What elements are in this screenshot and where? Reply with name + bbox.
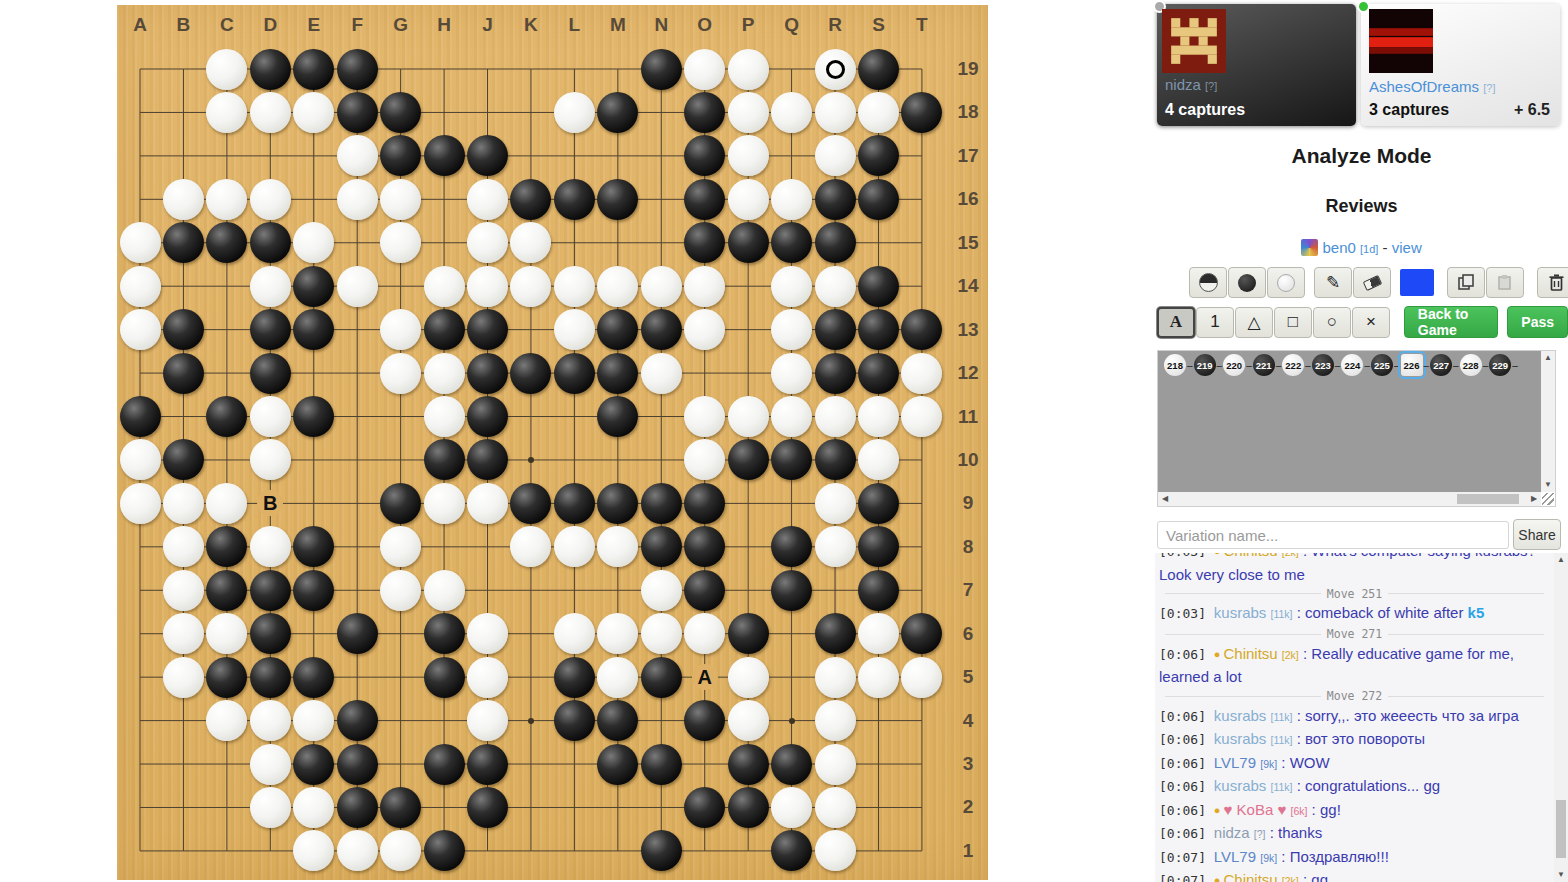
move-chain: 218–219–220–221–222–223–224–225–226–227–… xyxy=(1164,354,1519,376)
stone-black[interactable] xyxy=(163,222,204,263)
review-entry: ben0 [1d] - view xyxy=(1155,239,1568,256)
stone-black[interactable] xyxy=(641,830,682,871)
move-tree-area[interactable]: 218–219–220–221–222–223–224–225–226–227–… xyxy=(1158,351,1541,492)
chat-username[interactable]: kusrabs xyxy=(1214,730,1271,747)
chat-username[interactable]: nidza xyxy=(1214,824,1254,841)
reviews-heading: Reviews xyxy=(1155,196,1568,217)
stone-white[interactable] xyxy=(380,309,421,350)
stone-black[interactable] xyxy=(424,309,465,350)
stone-white[interactable] xyxy=(684,49,725,90)
mark-button-△[interactable]: △ xyxy=(1235,307,1273,338)
stone-white[interactable] xyxy=(554,92,595,133)
chat-timestamp: [0:06] xyxy=(1159,647,1214,662)
stone-black[interactable] xyxy=(597,92,638,133)
stone-white[interactable] xyxy=(728,657,769,698)
chat-message: [0:06] kusrabs [11k] : congratulations..… xyxy=(1159,775,1550,799)
chat-username[interactable]: Chinitsu xyxy=(1224,645,1282,662)
stone-black[interactable] xyxy=(424,657,465,698)
row-coordinate-label: 7 xyxy=(950,579,986,601)
stone-white[interactable] xyxy=(815,787,856,828)
stone-black[interactable] xyxy=(206,570,247,611)
stone-white[interactable] xyxy=(771,266,812,307)
chat-user-rank: [2k] xyxy=(1282,553,1299,558)
stone-black[interactable] xyxy=(771,570,812,611)
analyze-toolbar-marks: A1△□○× Back to Game Pass xyxy=(1157,306,1568,338)
stone-black[interactable] xyxy=(641,49,682,90)
stone-black[interactable] xyxy=(641,744,682,785)
stone-white[interactable] xyxy=(728,92,769,133)
black-stone-button[interactable] xyxy=(1228,267,1266,298)
stone-white[interactable] xyxy=(163,483,204,524)
variation-name-input[interactable] xyxy=(1157,521,1509,549)
stone-black[interactable] xyxy=(684,92,725,133)
stone-white[interactable] xyxy=(641,266,682,307)
stone-black[interactable] xyxy=(858,570,899,611)
stone-white[interactable] xyxy=(815,266,856,307)
stone-black[interactable] xyxy=(120,396,161,437)
move-node-218[interactable]: 218 xyxy=(1164,354,1186,376)
move-node-223[interactable]: 223 xyxy=(1312,354,1334,376)
stone-white[interactable] xyxy=(684,266,725,307)
stone-white[interactable] xyxy=(424,353,465,394)
row-coordinate-label: 11 xyxy=(950,406,986,428)
stone-white[interactable] xyxy=(510,266,551,307)
stone-white[interactable] xyxy=(554,526,595,567)
reviewer-rank: [1d] xyxy=(1360,243,1378,255)
stone-black[interactable] xyxy=(380,92,421,133)
chat-user-rank: [11k] xyxy=(1271,781,1293,793)
chat-username[interactable]: Chinitsu xyxy=(1224,553,1282,559)
stone-white[interactable] xyxy=(337,266,378,307)
stone-black[interactable] xyxy=(424,744,465,785)
chat-message: [0:07] LVL79 [9k] : Поздравляю!!! xyxy=(1159,846,1550,870)
stone-white[interactable] xyxy=(858,657,899,698)
review-view-link[interactable]: view xyxy=(1392,239,1422,256)
chat-username[interactable]: kusrabs xyxy=(1214,777,1271,794)
row-coordinate-label: 2 xyxy=(950,796,986,818)
white-captures: 3 captures xyxy=(1369,101,1449,119)
column-coordinate-label: F xyxy=(345,14,369,36)
stone-white[interactable] xyxy=(467,179,508,220)
stone-white[interactable] xyxy=(858,613,899,654)
move-node-219[interactable]: 219 xyxy=(1194,354,1216,376)
chat-scroll-thumb[interactable] xyxy=(1556,800,1566,858)
stone-white[interactable] xyxy=(380,353,421,394)
move-node-228[interactable]: 228 xyxy=(1460,354,1482,376)
stone-black[interactable] xyxy=(293,570,334,611)
move-tree-panel[interactable]: 218–219–220–221–222–223–224–225–226–227–… xyxy=(1157,350,1556,507)
star-point xyxy=(528,718,534,724)
stone-black[interactable] xyxy=(858,179,899,220)
stone-black[interactable] xyxy=(858,483,899,524)
stone-black[interactable] xyxy=(858,266,899,307)
column-coordinate-label: Q xyxy=(780,14,804,36)
stone-black[interactable] xyxy=(771,744,812,785)
chat-user-rank: [11k] xyxy=(1271,608,1293,620)
stone-black[interactable] xyxy=(815,613,856,654)
column-coordinate-label: G xyxy=(389,14,413,36)
stone-white[interactable] xyxy=(120,266,161,307)
column-coordinate-label: S xyxy=(866,14,890,36)
chat-username[interactable]: Chinitsu xyxy=(1224,871,1282,882)
stone-black[interactable] xyxy=(815,353,856,394)
paste-button[interactable] xyxy=(1486,267,1524,298)
row-coordinate-label: 6 xyxy=(950,623,986,645)
stone-white[interactable] xyxy=(380,179,421,220)
pencil-button[interactable]: ✎ xyxy=(1314,267,1352,298)
chat-scroll-down-icon[interactable]: ▼ xyxy=(1554,868,1568,882)
stone-white[interactable] xyxy=(424,483,465,524)
stone-black[interactable] xyxy=(684,570,725,611)
stone-black[interactable] xyxy=(337,92,378,133)
stone-black[interactable] xyxy=(554,700,595,741)
move-node-226[interactable]: 226 xyxy=(1401,354,1423,376)
stone-black[interactable] xyxy=(554,657,595,698)
chat-username[interactable]: kusrabs xyxy=(1214,707,1271,724)
stone-black[interactable] xyxy=(728,744,769,785)
scroll-right-icon[interactable]: ▶ xyxy=(1527,492,1541,506)
move-node-224[interactable]: 224 xyxy=(1341,354,1363,376)
stone-black[interactable] xyxy=(728,222,769,263)
stone-white[interactable] xyxy=(424,570,465,611)
stone-white[interactable] xyxy=(771,353,812,394)
go-board[interactable]: ABCDEFGHJKLMNOPQRST191817161514131211109… xyxy=(117,5,988,880)
stone-black[interactable] xyxy=(684,179,725,220)
stone-white[interactable] xyxy=(467,266,508,307)
stone-black[interactable] xyxy=(250,222,291,263)
chat-scrollbar[interactable]: ▲ ▼ xyxy=(1554,553,1568,882)
move-node-222[interactable]: 222 xyxy=(1282,354,1304,376)
stone-white[interactable] xyxy=(815,92,856,133)
stone-black[interactable] xyxy=(858,526,899,567)
stone-white[interactable] xyxy=(250,700,291,741)
stone-white[interactable] xyxy=(250,439,291,480)
stone-white[interactable] xyxy=(250,266,291,307)
mark-button-○[interactable]: ○ xyxy=(1313,307,1351,338)
stone-black[interactable] xyxy=(597,483,638,524)
stone-white[interactable] xyxy=(858,92,899,133)
mark-button-1[interactable]: 1 xyxy=(1196,307,1234,338)
stone-white[interactable] xyxy=(771,309,812,350)
row-coordinate-label: 16 xyxy=(950,188,986,210)
stone-white[interactable] xyxy=(771,396,812,437)
chat-text: : gg xyxy=(1299,871,1328,882)
stone-black[interactable] xyxy=(337,700,378,741)
chat-messages: [0:03] ● Chinitsu [2k] : What's computer… xyxy=(1155,553,1554,882)
stone-black[interactable] xyxy=(467,396,508,437)
share-button[interactable]: Share xyxy=(1513,519,1561,550)
stone-white[interactable] xyxy=(293,787,334,828)
stone-black[interactable] xyxy=(206,657,247,698)
stone-black[interactable] xyxy=(641,483,682,524)
row-coordinate-label: 17 xyxy=(950,145,986,167)
stone-white[interactable] xyxy=(163,570,204,611)
stone-black[interactable] xyxy=(424,613,465,654)
stone-white[interactable] xyxy=(641,570,682,611)
stone-black[interactable] xyxy=(293,744,334,785)
stone-white[interactable] xyxy=(250,526,291,567)
stone-black[interactable] xyxy=(858,353,899,394)
stone-white[interactable] xyxy=(728,49,769,90)
stone-black[interactable] xyxy=(510,353,551,394)
row-coordinate-label: 15 xyxy=(950,232,986,254)
stone-black[interactable] xyxy=(641,526,682,567)
stone-black[interactable] xyxy=(380,483,421,524)
back-to-game-button[interactable]: Back to Game xyxy=(1404,306,1498,338)
stone-white[interactable] xyxy=(120,439,161,480)
stone-black[interactable] xyxy=(424,135,465,176)
stone-black[interactable] xyxy=(815,179,856,220)
stone-white[interactable] xyxy=(424,396,465,437)
move-divider: Move 272 xyxy=(1159,688,1550,705)
scroll-down-icon[interactable]: ▼ xyxy=(1541,478,1555,492)
stone-black[interactable] xyxy=(380,787,421,828)
star-point xyxy=(528,457,534,463)
stone-white[interactable] xyxy=(120,483,161,524)
stone-white[interactable] xyxy=(728,135,769,176)
reviewer-name-link[interactable]: ben0 xyxy=(1322,239,1355,256)
stone-black[interactable] xyxy=(728,439,769,480)
move-node-227[interactable]: 227 xyxy=(1430,354,1452,376)
stone-black[interactable] xyxy=(597,179,638,220)
stone-black[interactable] xyxy=(293,49,334,90)
stone-black[interactable] xyxy=(250,613,291,654)
row-coordinate-label: 4 xyxy=(950,710,986,732)
white-player-card[interactable]: AshesOfDreams [?] 3 captures + 6.5 xyxy=(1361,4,1560,126)
stone-white[interactable] xyxy=(206,49,247,90)
stone-black[interactable] xyxy=(293,396,334,437)
chat-timestamp: [0:06] xyxy=(1159,826,1214,841)
stone-white[interactable] xyxy=(163,657,204,698)
stone-white[interactable] xyxy=(771,787,812,828)
stone-white[interactable] xyxy=(250,396,291,437)
column-coordinate-label: J xyxy=(476,14,500,36)
chat-move-link[interactable]: k5 xyxy=(1463,604,1484,621)
stone-black[interactable] xyxy=(250,49,291,90)
white-player-name[interactable]: AshesOfDreams [?] xyxy=(1369,78,1495,95)
column-coordinate-label: K xyxy=(519,14,543,36)
stone-white[interactable] xyxy=(554,309,595,350)
stone-white[interactable] xyxy=(163,179,204,220)
chat-user-rank: [9k] xyxy=(1260,852,1277,864)
stone-black[interactable] xyxy=(424,439,465,480)
stone-white[interactable] xyxy=(597,266,638,307)
stone-white[interactable] xyxy=(120,222,161,263)
stone-black[interactable] xyxy=(467,787,508,828)
delete-branch-button[interactable] xyxy=(1537,267,1568,298)
stone-white[interactable] xyxy=(771,92,812,133)
stone-black[interactable] xyxy=(337,744,378,785)
stone-white[interactable] xyxy=(467,700,508,741)
stone-white[interactable] xyxy=(815,700,856,741)
stone-black[interactable] xyxy=(684,483,725,524)
chat-user-rank: [?] xyxy=(1254,828,1266,840)
stone-white[interactable] xyxy=(815,744,856,785)
chat-timestamp: [0:06] xyxy=(1159,709,1214,724)
hscroll-thumb[interactable] xyxy=(1457,494,1519,504)
column-coordinate-label: T xyxy=(910,14,934,36)
move-tree-hscrollbar[interactable]: ◀ ▶ xyxy=(1158,492,1541,506)
stone-white[interactable] xyxy=(293,92,334,133)
stone-white[interactable] xyxy=(250,92,291,133)
stone-black[interactable] xyxy=(467,744,508,785)
chat-message: [0:03] ● Chinitsu [2k] : What's computer… xyxy=(1159,553,1550,585)
stone-white[interactable] xyxy=(467,483,508,524)
row-coordinate-label: 14 xyxy=(950,275,986,297)
chat-text: : comeback of white after xyxy=(1292,604,1463,621)
stone-black[interactable] xyxy=(337,787,378,828)
chat-timestamp: [0:06] xyxy=(1159,756,1214,771)
stone-black[interactable] xyxy=(815,222,856,263)
stone-white[interactable] xyxy=(206,179,247,220)
stone-white[interactable] xyxy=(467,613,508,654)
stone-black[interactable] xyxy=(597,353,638,394)
stone-white[interactable] xyxy=(120,309,161,350)
column-coordinate-label: B xyxy=(171,14,195,36)
stone-white[interactable] xyxy=(337,179,378,220)
stone-white[interactable] xyxy=(554,266,595,307)
black-player-card[interactable]: nidza [?] 4 captures xyxy=(1157,4,1356,126)
chat-username[interactable]: ♥ KoBa ♥ xyxy=(1224,801,1291,818)
pass-button[interactable]: Pass xyxy=(1507,306,1568,338)
chat-user-rank: [11k] xyxy=(1271,734,1293,746)
stone-black[interactable] xyxy=(858,49,899,90)
stone-white[interactable] xyxy=(250,744,291,785)
stone-black[interactable] xyxy=(337,49,378,90)
stone-black[interactable] xyxy=(250,570,291,611)
stone-black[interactable] xyxy=(467,353,508,394)
stone-black[interactable] xyxy=(293,657,334,698)
stone-white[interactable] xyxy=(206,483,247,524)
stone-white[interactable] xyxy=(163,613,204,654)
stone-white[interactable] xyxy=(597,657,638,698)
stone-white[interactable] xyxy=(815,483,856,524)
resize-grip[interactable] xyxy=(1542,493,1554,505)
stone-black[interactable] xyxy=(554,353,595,394)
mark-button-A[interactable]: A xyxy=(1157,307,1195,338)
stone-black[interactable] xyxy=(510,179,551,220)
stone-white[interactable] xyxy=(728,700,769,741)
stone-black[interactable] xyxy=(554,179,595,220)
mark-button-×[interactable]: × xyxy=(1352,307,1390,338)
alternate-stone-button[interactable] xyxy=(1189,267,1227,298)
chat-username[interactable]: LVL79 xyxy=(1214,754,1260,771)
row-coordinate-label: 18 xyxy=(950,101,986,123)
black-player-name[interactable]: nidza [?] xyxy=(1165,76,1217,93)
chat-username[interactable]: kusrabs xyxy=(1214,604,1271,621)
stone-black[interactable] xyxy=(597,744,638,785)
chat-username[interactable]: LVL79 xyxy=(1214,848,1260,865)
stone-white[interactable] xyxy=(554,613,595,654)
stone-white[interactable] xyxy=(467,657,508,698)
stone-white[interactable] xyxy=(337,830,378,871)
stone-white[interactable] xyxy=(684,396,725,437)
stone-white[interactable] xyxy=(424,266,465,307)
stone-white[interactable] xyxy=(901,657,942,698)
stone-black[interactable] xyxy=(815,439,856,480)
eraser-button[interactable] xyxy=(1353,267,1391,298)
stone-black[interactable] xyxy=(163,309,204,350)
row-coordinate-label: 12 xyxy=(950,362,986,384)
move-node-220[interactable]: 220 xyxy=(1223,354,1245,376)
stone-black[interactable] xyxy=(250,353,291,394)
eraser-icon xyxy=(1362,274,1382,290)
stone-white[interactable] xyxy=(815,830,856,871)
row-coordinate-label: 3 xyxy=(950,753,986,775)
chat-timestamp: [0:03] xyxy=(1159,553,1214,559)
stone-white[interactable] xyxy=(901,353,942,394)
move-node-221[interactable]: 221 xyxy=(1253,354,1275,376)
stone-white[interactable] xyxy=(815,657,856,698)
stone-black[interactable] xyxy=(163,353,204,394)
stone-white[interactable] xyxy=(380,570,421,611)
pen-color-swatch[interactable] xyxy=(1400,269,1434,296)
stone-black[interactable] xyxy=(467,309,508,350)
stone-black[interactable] xyxy=(684,787,725,828)
stone-black[interactable] xyxy=(293,266,334,307)
chat-timestamp: [0:07] xyxy=(1159,873,1214,882)
stone-white[interactable] xyxy=(641,613,682,654)
stone-white[interactable] xyxy=(641,353,682,394)
stone-white[interactable] xyxy=(250,787,291,828)
stone-black[interactable] xyxy=(250,657,291,698)
stone-black[interactable] xyxy=(728,787,769,828)
chat-scroll-up-icon[interactable]: ▲ xyxy=(1554,553,1568,567)
move-tree-vscrollbar[interactable]: ▲ ▼ xyxy=(1541,351,1555,492)
chat-text: : вот это повороты xyxy=(1292,730,1425,747)
supporter-dot-icon: ● xyxy=(1214,874,1224,882)
move-connector: – xyxy=(1217,360,1223,371)
row-coordinate-label: 1 xyxy=(950,840,986,862)
move-connector: – xyxy=(1364,360,1370,371)
move-connector: – xyxy=(1424,360,1430,371)
move-node-225[interactable]: 225 xyxy=(1371,354,1393,376)
stone-white[interactable] xyxy=(163,526,204,567)
stone-white[interactable] xyxy=(815,396,856,437)
score-lead: + 6.5 xyxy=(1514,101,1550,119)
mark-buttons: A1△□○× xyxy=(1157,307,1391,338)
stone-black[interactable] xyxy=(815,309,856,350)
stone-white[interactable] xyxy=(250,179,291,220)
stone-black[interactable] xyxy=(250,309,291,350)
scroll-left-icon[interactable]: ◀ xyxy=(1158,492,1172,506)
scroll-up-icon[interactable]: ▲ xyxy=(1541,351,1555,365)
white-stone-button[interactable] xyxy=(1267,267,1305,298)
stone-black[interactable] xyxy=(858,309,899,350)
stone-black[interactable] xyxy=(728,613,769,654)
chat-log[interactable]: [0:03] ● Chinitsu [2k] : What's computer… xyxy=(1155,553,1554,882)
stone-white[interactable] xyxy=(815,526,856,567)
stone-white[interactable] xyxy=(858,396,899,437)
stone-white[interactable] xyxy=(728,179,769,220)
stone-white[interactable] xyxy=(467,222,508,263)
stone-black[interactable] xyxy=(554,483,595,524)
move-node-229[interactable]: 229 xyxy=(1489,354,1511,376)
stone-black[interactable] xyxy=(424,830,465,871)
stone-black[interactable] xyxy=(641,657,682,698)
column-coordinate-label: M xyxy=(606,14,630,36)
stone-black[interactable] xyxy=(337,613,378,654)
stone-white[interactable] xyxy=(815,135,856,176)
mark-button-□[interactable]: □ xyxy=(1274,307,1312,338)
stone-white[interactable] xyxy=(728,396,769,437)
move-connector: – xyxy=(1187,360,1193,371)
stone-white[interactable] xyxy=(771,179,812,220)
stone-black[interactable] xyxy=(641,309,682,350)
copy-button[interactable] xyxy=(1447,267,1485,298)
stone-white[interactable] xyxy=(337,135,378,176)
move-connector: – xyxy=(1335,360,1341,371)
